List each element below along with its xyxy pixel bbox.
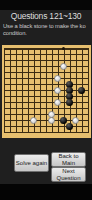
white-stone bbox=[54, 99, 61, 106]
white-stone bbox=[54, 75, 61, 82]
page-title: Questions 121~130 bbox=[0, 11, 92, 21]
star-point bbox=[62, 47, 65, 50]
white-stone bbox=[54, 87, 61, 94]
bottom-bar bbox=[0, 184, 92, 200]
black-stone bbox=[66, 123, 73, 130]
black-stone bbox=[78, 87, 85, 94]
grid-vline bbox=[16, 48, 17, 133]
black-stone bbox=[66, 99, 73, 106]
white-stone bbox=[72, 117, 79, 124]
solve-again-button[interactable]: Solve again bbox=[14, 154, 49, 172]
go-board[interactable] bbox=[2, 45, 91, 138]
grid-vline bbox=[22, 48, 23, 133]
white-stone bbox=[60, 63, 67, 70]
grid-vline bbox=[46, 48, 47, 133]
white-stone bbox=[48, 117, 55, 124]
grid-vline bbox=[28, 48, 29, 133]
grid-vline bbox=[88, 48, 89, 133]
problem-instruction: Use a black stone to make the ko conditi… bbox=[3, 23, 89, 37]
status-bar bbox=[0, 0, 92, 10]
black-stone bbox=[60, 117, 67, 124]
grid-vline bbox=[4, 48, 5, 133]
back-to-main-button[interactable]: Back to Main bbox=[51, 152, 86, 167]
grid-vline bbox=[40, 48, 41, 133]
grid-vline bbox=[10, 48, 11, 133]
app-screen: Questions 121~130 Use a black stone to m… bbox=[0, 0, 92, 200]
white-stone bbox=[30, 117, 37, 124]
next-question-button[interactable]: Next Question bbox=[51, 167, 86, 182]
